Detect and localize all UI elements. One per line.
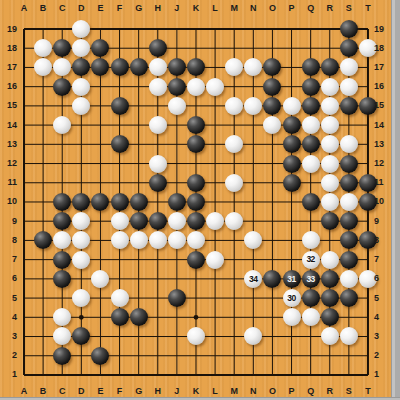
intersection-P19[interactable]	[282, 19, 301, 38]
intersection-J2[interactable]	[167, 346, 186, 365]
intersection-N4[interactable]	[244, 308, 263, 327]
intersection-Q9[interactable]	[301, 212, 320, 231]
intersection-Q17[interactable]	[301, 58, 320, 77]
intersection-R1[interactable]	[320, 365, 339, 384]
intersection-H17[interactable]	[148, 58, 167, 77]
intersection-P16[interactable]	[282, 77, 301, 96]
intersection-G5[interactable]	[129, 288, 148, 307]
intersection-K10[interactable]	[186, 192, 205, 211]
intersection-L17[interactable]	[206, 58, 225, 77]
intersection-H1[interactable]	[148, 365, 167, 384]
intersection-O13[interactable]	[263, 135, 282, 154]
intersection-O17[interactable]	[263, 58, 282, 77]
intersection-A3[interactable]	[14, 327, 33, 346]
intersection-P14[interactable]	[282, 115, 301, 134]
intersection-J3[interactable]	[167, 327, 186, 346]
intersection-Q11[interactable]	[301, 173, 320, 192]
intersection-C14[interactable]	[53, 115, 72, 134]
intersection-F16[interactable]	[110, 77, 129, 96]
intersection-E10[interactable]	[91, 192, 110, 211]
intersection-F6[interactable]	[110, 269, 129, 288]
intersection-K4[interactable]	[186, 308, 205, 327]
intersection-H14[interactable]	[148, 115, 167, 134]
intersection-L19[interactable]	[206, 19, 225, 38]
intersection-N9[interactable]	[244, 212, 263, 231]
intersection-A12[interactable]	[14, 154, 33, 173]
intersection-F19[interactable]	[110, 19, 129, 38]
intersection-D18[interactable]	[72, 39, 91, 58]
intersection-C9[interactable]	[53, 212, 72, 231]
intersection-B3[interactable]	[34, 327, 53, 346]
intersection-M15[interactable]	[225, 96, 244, 115]
intersection-A16[interactable]	[14, 77, 33, 96]
intersection-C15[interactable]	[53, 96, 72, 115]
intersection-H7[interactable]	[148, 250, 167, 269]
intersection-B18[interactable]	[34, 39, 53, 58]
intersection-K5[interactable]	[186, 288, 205, 307]
intersection-A14[interactable]	[14, 115, 33, 134]
intersection-R6[interactable]	[320, 269, 339, 288]
intersection-P5[interactable]: 30	[282, 288, 301, 307]
intersection-L8[interactable]	[206, 231, 225, 250]
intersection-L12[interactable]	[206, 154, 225, 173]
intersection-A8[interactable]	[14, 231, 33, 250]
intersection-K19[interactable]	[186, 19, 205, 38]
intersection-G2[interactable]	[129, 346, 148, 365]
intersection-D3[interactable]	[72, 327, 91, 346]
intersection-K3[interactable]	[186, 327, 205, 346]
intersection-E13[interactable]	[91, 135, 110, 154]
intersection-J12[interactable]	[167, 154, 186, 173]
intersection-P7[interactable]	[282, 250, 301, 269]
intersection-S14[interactable]	[339, 115, 358, 134]
intersection-K14[interactable]	[186, 115, 205, 134]
intersection-A6[interactable]	[14, 269, 33, 288]
intersection-A11[interactable]	[14, 173, 33, 192]
intersection-F7[interactable]	[110, 250, 129, 269]
intersection-J11[interactable]	[167, 173, 186, 192]
intersection-F2[interactable]	[110, 346, 129, 365]
intersection-F15[interactable]	[110, 96, 129, 115]
intersection-M10[interactable]	[225, 192, 244, 211]
intersection-E8[interactable]	[91, 231, 110, 250]
intersection-K13[interactable]	[186, 135, 205, 154]
intersection-F8[interactable]	[110, 231, 129, 250]
intersection-F12[interactable]	[110, 154, 129, 173]
intersection-M14[interactable]	[225, 115, 244, 134]
intersection-N2[interactable]	[244, 346, 263, 365]
intersection-A2[interactable]	[14, 346, 33, 365]
intersection-D6[interactable]	[72, 269, 91, 288]
intersection-N12[interactable]	[244, 154, 263, 173]
intersection-J5[interactable]	[167, 288, 186, 307]
intersection-L10[interactable]	[206, 192, 225, 211]
intersection-R14[interactable]	[320, 115, 339, 134]
intersection-L4[interactable]	[206, 308, 225, 327]
intersection-R3[interactable]	[320, 327, 339, 346]
intersection-J1[interactable]	[167, 365, 186, 384]
intersection-G19[interactable]	[129, 19, 148, 38]
intersection-G9[interactable]	[129, 212, 148, 231]
intersection-M16[interactable]	[225, 77, 244, 96]
intersection-A13[interactable]	[14, 135, 33, 154]
intersection-M5[interactable]	[225, 288, 244, 307]
intersection-Q3[interactable]	[301, 327, 320, 346]
intersection-E14[interactable]	[91, 115, 110, 134]
intersection-Q14[interactable]	[301, 115, 320, 134]
intersection-D4[interactable]	[72, 308, 91, 327]
intersection-D19[interactable]	[72, 19, 91, 38]
intersection-P4[interactable]	[282, 308, 301, 327]
intersection-Q10[interactable]	[301, 192, 320, 211]
intersection-M4[interactable]	[225, 308, 244, 327]
intersection-D12[interactable]	[72, 154, 91, 173]
intersection-R2[interactable]	[320, 346, 339, 365]
intersection-O1[interactable]	[263, 365, 282, 384]
intersection-P17[interactable]	[282, 58, 301, 77]
intersection-E17[interactable]	[91, 58, 110, 77]
intersection-B7[interactable]	[34, 250, 53, 269]
intersection-B12[interactable]	[34, 154, 53, 173]
intersection-R16[interactable]	[320, 77, 339, 96]
intersection-E12[interactable]	[91, 154, 110, 173]
intersection-K12[interactable]	[186, 154, 205, 173]
intersection-C19[interactable]	[53, 19, 72, 38]
intersection-R4[interactable]	[320, 308, 339, 327]
intersection-L7[interactable]	[206, 250, 225, 269]
intersection-E3[interactable]	[91, 327, 110, 346]
intersection-L2[interactable]	[206, 346, 225, 365]
intersection-F11[interactable]	[110, 173, 129, 192]
intersection-D14[interactable]	[72, 115, 91, 134]
intersection-M8[interactable]	[225, 231, 244, 250]
intersection-C4[interactable]	[53, 308, 72, 327]
intersection-P1[interactable]	[282, 365, 301, 384]
intersection-G17[interactable]	[129, 58, 148, 77]
intersection-G18[interactable]	[129, 39, 148, 58]
intersection-R12[interactable]	[320, 154, 339, 173]
intersection-S9[interactable]	[339, 212, 358, 231]
intersection-M1[interactable]	[225, 365, 244, 384]
intersection-K6[interactable]	[186, 269, 205, 288]
intersection-P6[interactable]: 31	[282, 269, 301, 288]
intersection-R17[interactable]	[320, 58, 339, 77]
intersection-K7[interactable]	[186, 250, 205, 269]
intersection-N6[interactable]: 34	[244, 269, 263, 288]
intersection-R5[interactable]	[320, 288, 339, 307]
intersection-C16[interactable]	[53, 77, 72, 96]
intersection-D13[interactable]	[72, 135, 91, 154]
intersection-D17[interactable]	[72, 58, 91, 77]
intersection-Q8[interactable]	[301, 231, 320, 250]
intersection-O9[interactable]	[263, 212, 282, 231]
intersection-N3[interactable]	[244, 327, 263, 346]
intersection-O2[interactable]	[263, 346, 282, 365]
intersection-P15[interactable]	[282, 96, 301, 115]
intersection-F4[interactable]	[110, 308, 129, 327]
intersection-B8[interactable]	[34, 231, 53, 250]
intersection-K17[interactable]	[186, 58, 205, 77]
intersection-J13[interactable]	[167, 135, 186, 154]
intersection-E9[interactable]	[91, 212, 110, 231]
intersection-N7[interactable]	[244, 250, 263, 269]
intersection-B1[interactable]	[34, 365, 53, 384]
intersection-O15[interactable]	[263, 96, 282, 115]
intersection-R19[interactable]	[320, 19, 339, 38]
intersection-G15[interactable]	[129, 96, 148, 115]
intersection-Q4[interactable]	[301, 308, 320, 327]
intersection-S6[interactable]	[339, 269, 358, 288]
intersection-J18[interactable]	[167, 39, 186, 58]
intersection-E18[interactable]	[91, 39, 110, 58]
intersection-K18[interactable]	[186, 39, 205, 58]
intersection-S3[interactable]	[339, 327, 358, 346]
intersection-N5[interactable]	[244, 288, 263, 307]
intersection-G4[interactable]	[129, 308, 148, 327]
intersection-L1[interactable]	[206, 365, 225, 384]
intersection-H18[interactable]	[148, 39, 167, 58]
intersection-G1[interactable]	[129, 365, 148, 384]
intersection-B4[interactable]	[34, 308, 53, 327]
intersection-G3[interactable]	[129, 327, 148, 346]
intersection-M7[interactable]	[225, 250, 244, 269]
intersection-D15[interactable]	[72, 96, 91, 115]
intersection-F14[interactable]	[110, 115, 129, 134]
intersection-E7[interactable]	[91, 250, 110, 269]
intersection-C8[interactable]	[53, 231, 72, 250]
intersection-S2[interactable]	[339, 346, 358, 365]
intersection-S12[interactable]	[339, 154, 358, 173]
intersection-O6[interactable]	[263, 269, 282, 288]
intersection-B16[interactable]	[34, 77, 53, 96]
intersection-H16[interactable]	[148, 77, 167, 96]
intersection-J8[interactable]	[167, 231, 186, 250]
intersection-J16[interactable]	[167, 77, 186, 96]
intersection-G7[interactable]	[129, 250, 148, 269]
intersection-P11[interactable]	[282, 173, 301, 192]
intersection-L16[interactable]	[206, 77, 225, 96]
intersection-S15[interactable]	[339, 96, 358, 115]
intersection-J10[interactable]	[167, 192, 186, 211]
intersection-N11[interactable]	[244, 173, 263, 192]
intersection-F5[interactable]	[110, 288, 129, 307]
intersection-H11[interactable]	[148, 173, 167, 192]
intersection-B2[interactable]	[34, 346, 53, 365]
intersection-J17[interactable]	[167, 58, 186, 77]
intersection-L13[interactable]	[206, 135, 225, 154]
intersection-S8[interactable]	[339, 231, 358, 250]
intersection-Q2[interactable]	[301, 346, 320, 365]
intersection-N14[interactable]	[244, 115, 263, 134]
intersection-H19[interactable]	[148, 19, 167, 38]
intersection-R8[interactable]	[320, 231, 339, 250]
intersection-S7[interactable]	[339, 250, 358, 269]
intersection-G16[interactable]	[129, 77, 148, 96]
intersection-R10[interactable]	[320, 192, 339, 211]
intersection-A18[interactable]	[14, 39, 33, 58]
intersection-O10[interactable]	[263, 192, 282, 211]
intersection-O4[interactable]	[263, 308, 282, 327]
intersection-A4[interactable]	[14, 308, 33, 327]
intersection-E5[interactable]	[91, 288, 110, 307]
intersection-E16[interactable]	[91, 77, 110, 96]
intersection-N19[interactable]	[244, 19, 263, 38]
intersection-D1[interactable]	[72, 365, 91, 384]
intersection-M19[interactable]	[225, 19, 244, 38]
intersection-O7[interactable]	[263, 250, 282, 269]
intersection-P2[interactable]	[282, 346, 301, 365]
intersection-O16[interactable]	[263, 77, 282, 96]
intersection-A5[interactable]	[14, 288, 33, 307]
intersection-F17[interactable]	[110, 58, 129, 77]
intersection-L6[interactable]	[206, 269, 225, 288]
intersection-H3[interactable]	[148, 327, 167, 346]
intersection-M2[interactable]	[225, 346, 244, 365]
intersection-J19[interactable]	[167, 19, 186, 38]
intersection-J15[interactable]	[167, 96, 186, 115]
intersection-F9[interactable]	[110, 212, 129, 231]
intersection-E2[interactable]	[91, 346, 110, 365]
intersection-P9[interactable]	[282, 212, 301, 231]
intersection-N16[interactable]	[244, 77, 263, 96]
intersection-G12[interactable]	[129, 154, 148, 173]
intersection-L15[interactable]	[206, 96, 225, 115]
intersection-E11[interactable]	[91, 173, 110, 192]
intersection-N8[interactable]	[244, 231, 263, 250]
intersection-A19[interactable]	[14, 19, 33, 38]
intersection-M13[interactable]	[225, 135, 244, 154]
intersection-K11[interactable]	[186, 173, 205, 192]
intersection-E19[interactable]	[91, 19, 110, 38]
intersection-N13[interactable]	[244, 135, 263, 154]
intersection-C11[interactable]	[53, 173, 72, 192]
intersection-A1[interactable]	[14, 365, 33, 384]
intersection-R9[interactable]	[320, 212, 339, 231]
intersection-H13[interactable]	[148, 135, 167, 154]
intersection-K16[interactable]	[186, 77, 205, 96]
intersection-K9[interactable]	[186, 212, 205, 231]
intersection-D7[interactable]	[72, 250, 91, 269]
intersection-B17[interactable]	[34, 58, 53, 77]
intersection-R11[interactable]	[320, 173, 339, 192]
intersection-N17[interactable]	[244, 58, 263, 77]
intersection-H8[interactable]	[148, 231, 167, 250]
intersection-E15[interactable]	[91, 96, 110, 115]
intersection-K15[interactable]	[186, 96, 205, 115]
intersection-H10[interactable]	[148, 192, 167, 211]
intersection-H4[interactable]	[148, 308, 167, 327]
intersection-B13[interactable]	[34, 135, 53, 154]
intersection-B10[interactable]	[34, 192, 53, 211]
intersection-C18[interactable]	[53, 39, 72, 58]
intersection-O18[interactable]	[263, 39, 282, 58]
intersection-R18[interactable]	[320, 39, 339, 58]
intersection-J7[interactable]	[167, 250, 186, 269]
intersection-D2[interactable]	[72, 346, 91, 365]
intersection-Q16[interactable]	[301, 77, 320, 96]
intersection-D11[interactable]	[72, 173, 91, 192]
intersection-Q15[interactable]	[301, 96, 320, 115]
intersection-J14[interactable]	[167, 115, 186, 134]
intersection-M18[interactable]	[225, 39, 244, 58]
intersection-C3[interactable]	[53, 327, 72, 346]
intersection-M17[interactable]	[225, 58, 244, 77]
intersection-F13[interactable]	[110, 135, 129, 154]
intersection-E6[interactable]	[91, 269, 110, 288]
intersection-S5[interactable]	[339, 288, 358, 307]
intersection-H15[interactable]	[148, 96, 167, 115]
intersection-Q1[interactable]	[301, 365, 320, 384]
intersection-C17[interactable]	[53, 58, 72, 77]
intersection-B14[interactable]	[34, 115, 53, 134]
intersection-A7[interactable]	[14, 250, 33, 269]
intersection-J9[interactable]	[167, 212, 186, 231]
intersection-S19[interactable]	[339, 19, 358, 38]
intersection-P12[interactable]	[282, 154, 301, 173]
intersection-S16[interactable]	[339, 77, 358, 96]
intersection-F3[interactable]	[110, 327, 129, 346]
intersection-H12[interactable]	[148, 154, 167, 173]
intersection-O12[interactable]	[263, 154, 282, 173]
intersection-K1[interactable]	[186, 365, 205, 384]
intersection-J6[interactable]	[167, 269, 186, 288]
intersection-O14[interactable]	[263, 115, 282, 134]
intersection-J4[interactable]	[167, 308, 186, 327]
intersection-C1[interactable]	[53, 365, 72, 384]
intersection-B6[interactable]	[34, 269, 53, 288]
intersection-A15[interactable]	[14, 96, 33, 115]
intersection-S17[interactable]	[339, 58, 358, 77]
intersection-N18[interactable]	[244, 39, 263, 58]
intersection-M9[interactable]	[225, 212, 244, 231]
intersection-G8[interactable]	[129, 231, 148, 250]
intersection-F1[interactable]	[110, 365, 129, 384]
intersection-S4[interactable]	[339, 308, 358, 327]
intersection-R7[interactable]	[320, 250, 339, 269]
intersection-B11[interactable]	[34, 173, 53, 192]
intersection-D9[interactable]	[72, 212, 91, 231]
intersection-A10[interactable]	[14, 192, 33, 211]
intersection-B15[interactable]	[34, 96, 53, 115]
intersection-G11[interactable]	[129, 173, 148, 192]
intersection-G13[interactable]	[129, 135, 148, 154]
intersection-H2[interactable]	[148, 346, 167, 365]
intersection-S10[interactable]	[339, 192, 358, 211]
intersection-C6[interactable]	[53, 269, 72, 288]
intersection-C10[interactable]	[53, 192, 72, 211]
intersection-L14[interactable]	[206, 115, 225, 134]
intersection-G6[interactable]	[129, 269, 148, 288]
intersection-H5[interactable]	[148, 288, 167, 307]
intersection-F10[interactable]	[110, 192, 129, 211]
intersection-B9[interactable]	[34, 212, 53, 231]
intersection-Q12[interactable]	[301, 154, 320, 173]
intersection-N1[interactable]	[244, 365, 263, 384]
intersection-B5[interactable]	[34, 288, 53, 307]
intersection-O11[interactable]	[263, 173, 282, 192]
intersection-P10[interactable]	[282, 192, 301, 211]
intersection-C5[interactable]	[53, 288, 72, 307]
intersection-F18[interactable]	[110, 39, 129, 58]
intersection-Q18[interactable]	[301, 39, 320, 58]
intersection-N15[interactable]	[244, 96, 263, 115]
intersection-O5[interactable]	[263, 288, 282, 307]
intersection-E4[interactable]	[91, 308, 110, 327]
intersection-Q6[interactable]: 33	[301, 269, 320, 288]
intersection-R15[interactable]	[320, 96, 339, 115]
intersection-Q7[interactable]: 32	[301, 250, 320, 269]
intersection-P18[interactable]	[282, 39, 301, 58]
